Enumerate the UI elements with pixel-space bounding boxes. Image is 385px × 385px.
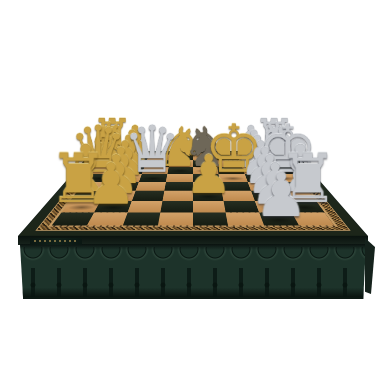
- square-e1[interactable]: [193, 212, 228, 225]
- box-front-face: [20, 244, 366, 299]
- product-photo-chess-set[interactable]: ♜♟♟♜♞♟♟♞♝♟♞♞♟♝♛♟♛♚♟♚♟♟♝♟♟♟♝♜♟♟♜♟: [0, 0, 385, 385]
- square-e3[interactable]: ♟: [193, 191, 224, 201]
- brand-plate: [30, 238, 82, 245]
- piece-black-pawn-g1[interactable]: ♟: [254, 165, 308, 226]
- square-g1[interactable]: ♟: [259, 212, 299, 225]
- chess-chest-box: ♜♟♟♜♞♟♟♞♝♟♞♞♟♝♛♟♛♚♟♚♟♟♝♟♟♟♝♜♟♟♜♟: [17, 0, 369, 385]
- square-d2[interactable]: [160, 201, 193, 212]
- piece-white-pawn-b2[interactable]: ♟: [86, 156, 137, 212]
- brand-plate-engraving: [34, 240, 78, 242]
- square-b2[interactable]: ♟: [94, 201, 131, 212]
- square-d1[interactable]: [158, 212, 193, 225]
- square-e2[interactable]: [193, 201, 226, 212]
- board-braid-border: ♜♟♟♜♞♟♟♞♝♟♞♞♟♝♛♟♛♚♟♚♟♟♝♟♟♟♝♜♟♟♜♟: [35, 153, 350, 231]
- piece-white-pawn-e3[interactable]: ♟: [185, 148, 232, 201]
- chess-board-top: ♜♟♟♜♞♟♟♞♝♟♞♞♟♝♛♟♛♚♟♚♟♟♝♟♟♟♝♜♟♟♜♟: [18, 151, 368, 236]
- square-c1[interactable]: [122, 212, 160, 225]
- board-outer-frame: ♜♟♟♜♞♟♟♞♝♟♞♞♟♝♛♟♛♚♟♚♟♟♝♟♟♟♝♜♟♟♜♟: [18, 151, 368, 236]
- square-b1[interactable]: [87, 212, 127, 225]
- board-inner-trim: ♜♟♟♜♞♟♟♞♝♟♞♞♟♝♛♟♛♚♟♚♟♟♝♟♟♟♝♜♟♟♜♟: [48, 154, 338, 227]
- box-right-side-face: [365, 238, 375, 294]
- board-squares-grid: ♜♟♟♜♞♟♟♞♝♟♞♞♟♝♛♟♛♚♟♚♟♟♝♟♟♟♝♜♟♟♜♟: [52, 155, 335, 226]
